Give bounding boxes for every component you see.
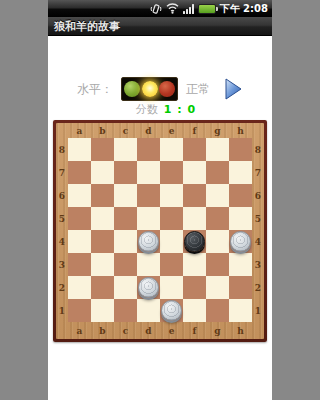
rank-label-left: 4	[56, 230, 68, 253]
vibrate-icon	[150, 3, 162, 15]
square-c4[interactable]	[114, 230, 137, 253]
rank-label-right: 6	[252, 184, 264, 207]
signal-icon	[183, 4, 194, 14]
square-b2[interactable]	[91, 276, 114, 299]
square-c8[interactable]	[114, 138, 137, 161]
frame-corner	[252, 123, 264, 138]
square-h8[interactable]	[229, 138, 252, 161]
title-bar: 狼和羊的故事	[48, 17, 272, 36]
score-row: 分数 1 : 0	[60, 102, 272, 117]
rank-label-right: 7	[252, 161, 264, 184]
rank-label-left: 3	[56, 253, 68, 276]
level-value: 正常	[186, 81, 210, 98]
square-b6[interactable]	[91, 184, 114, 207]
level-row: 水平： 正常	[48, 76, 272, 102]
square-f3[interactable]	[183, 253, 206, 276]
board-wood-frame: abcdefgh8877665544332211abcdefgh	[56, 123, 264, 339]
square-c7[interactable]	[114, 161, 137, 184]
square-f5[interactable]	[183, 207, 206, 230]
square-g8[interactable]	[206, 138, 229, 161]
square-f8[interactable]	[183, 138, 206, 161]
file-label-bottom: a	[68, 322, 91, 339]
square-e7[interactable]	[160, 161, 183, 184]
square-c5[interactable]	[114, 207, 137, 230]
square-g5[interactable]	[206, 207, 229, 230]
square-h2[interactable]	[229, 276, 252, 299]
rank-label-right: 1	[252, 299, 264, 322]
rank-label-left: 6	[56, 184, 68, 207]
square-e2[interactable]	[160, 276, 183, 299]
square-a7[interactable]	[68, 161, 91, 184]
board-grid: abcdefgh8877665544332211abcdefgh	[56, 123, 264, 339]
square-g1[interactable]	[206, 299, 229, 322]
square-g3[interactable]	[206, 253, 229, 276]
square-c6[interactable]	[114, 184, 137, 207]
square-e8[interactable]	[160, 138, 183, 161]
square-f4[interactable]	[183, 230, 206, 253]
square-e3[interactable]	[160, 253, 183, 276]
square-d7[interactable]	[137, 161, 160, 184]
square-g2[interactable]	[206, 276, 229, 299]
square-a5[interactable]	[68, 207, 91, 230]
square-f1[interactable]	[183, 299, 206, 322]
square-e4[interactable]	[160, 230, 183, 253]
rank-label-right: 5	[252, 207, 264, 230]
file-label-bottom: g	[206, 322, 229, 339]
file-label-top: h	[229, 123, 252, 138]
square-d5[interactable]	[137, 207, 160, 230]
battery-icon	[198, 4, 216, 14]
square-d4[interactable]	[137, 230, 160, 253]
rank-label-right: 8	[252, 138, 264, 161]
square-h5[interactable]	[229, 207, 252, 230]
square-h4[interactable]	[229, 230, 252, 253]
frame-corner	[56, 322, 68, 339]
white-piece-e1[interactable]	[161, 300, 182, 321]
square-e5[interactable]	[160, 207, 183, 230]
square-c3[interactable]	[114, 253, 137, 276]
file-label-top: a	[68, 123, 91, 138]
file-label-bottom: c	[114, 322, 137, 339]
file-label-top: d	[137, 123, 160, 138]
square-g7[interactable]	[206, 161, 229, 184]
board-area: abcdefgh8877665544332211abcdefgh	[53, 120, 267, 342]
square-b4[interactable]	[91, 230, 114, 253]
rank-label-left: 2	[56, 276, 68, 299]
square-c2[interactable]	[114, 276, 137, 299]
score-value: 1 : 0	[164, 103, 196, 116]
file-label-top: c	[114, 123, 137, 138]
file-label-bottom: d	[137, 322, 160, 339]
square-d1[interactable]	[137, 299, 160, 322]
square-d3[interactable]	[137, 253, 160, 276]
rank-label-right: 3	[252, 253, 264, 276]
file-label-bottom: b	[91, 322, 114, 339]
square-g6[interactable]	[206, 184, 229, 207]
file-label-bottom: f	[183, 322, 206, 339]
play-icon	[226, 79, 241, 99]
square-b3[interactable]	[91, 253, 114, 276]
square-a1[interactable]	[68, 299, 91, 322]
square-h1[interactable]	[229, 299, 252, 322]
file-label-bottom: h	[229, 322, 252, 339]
level-label: 水平：	[77, 81, 113, 98]
square-f7[interactable]	[183, 161, 206, 184]
app-title: 狼和羊的故事	[54, 19, 120, 34]
square-d8[interactable]	[137, 138, 160, 161]
wifi-icon	[166, 3, 179, 14]
rank-label-left: 5	[56, 207, 68, 230]
square-b7[interactable]	[91, 161, 114, 184]
square-a3[interactable]	[68, 253, 91, 276]
square-c1[interactable]	[114, 299, 137, 322]
rank-label-right: 2	[252, 276, 264, 299]
control-panel: 水平： 正常	[48, 36, 272, 117]
square-e1[interactable]	[160, 299, 183, 322]
square-g4[interactable]	[206, 230, 229, 253]
square-a2[interactable]	[68, 276, 91, 299]
square-b1[interactable]	[91, 299, 114, 322]
green-lamp-icon	[124, 81, 140, 97]
rank-label-left: 1	[56, 299, 68, 322]
file-label-top: f	[183, 123, 206, 138]
app-window: 下午 2:08 狼和羊的故事 水平： 正常	[48, 0, 272, 400]
file-label-bottom: e	[160, 322, 183, 339]
square-a8[interactable]	[68, 138, 91, 161]
rank-label-left: 7	[56, 161, 68, 184]
frame-corner	[56, 123, 68, 138]
frame-corner	[252, 322, 264, 339]
square-e6[interactable]	[160, 184, 183, 207]
square-h7[interactable]	[229, 161, 252, 184]
white-piece-h4[interactable]	[230, 231, 251, 252]
white-piece-d4[interactable]	[138, 231, 159, 252]
square-d6[interactable]	[137, 184, 160, 207]
score-label: 分数	[136, 102, 158, 117]
square-f6[interactable]	[183, 184, 206, 207]
rank-label-right: 4	[252, 230, 264, 253]
yellow-lamp-icon	[142, 81, 158, 97]
board-outer-border: abcdefgh8877665544332211abcdefgh	[53, 120, 267, 342]
black-piece-f4[interactable]	[184, 231, 205, 252]
file-label-top: g	[206, 123, 229, 138]
status-bar: 下午 2:08	[48, 0, 272, 17]
square-h6[interactable]	[229, 184, 252, 207]
difficulty-traffic-light[interactable]	[121, 77, 178, 101]
square-a4[interactable]	[68, 230, 91, 253]
play-button[interactable]	[224, 77, 243, 101]
square-b5[interactable]	[91, 207, 114, 230]
file-label-top: b	[91, 123, 114, 138]
file-label-top: e	[160, 123, 183, 138]
square-f2[interactable]	[183, 276, 206, 299]
square-a6[interactable]	[68, 184, 91, 207]
square-h3[interactable]	[229, 253, 252, 276]
status-time: 下午 2:08	[220, 2, 268, 16]
square-b8[interactable]	[91, 138, 114, 161]
white-piece-d2[interactable]	[138, 277, 159, 298]
square-d2[interactable]	[137, 276, 160, 299]
rank-label-left: 8	[56, 138, 68, 161]
red-lamp-icon	[159, 81, 175, 97]
